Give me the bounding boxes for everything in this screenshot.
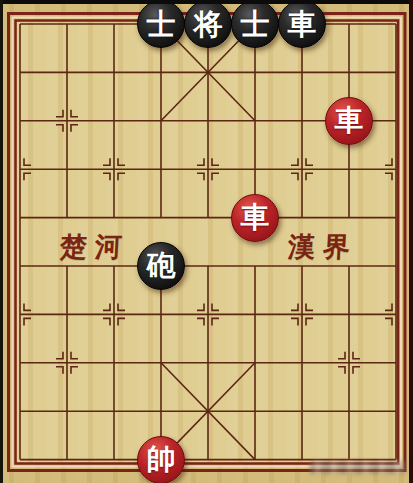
piece-layer: 士将士車車車砲帥 xyxy=(0,0,413,483)
screen-edge-left xyxy=(0,0,3,483)
piece-black-advisor[interactable]: 士 xyxy=(231,0,279,48)
watermark-blur xyxy=(310,461,406,474)
piece-black-chariot[interactable]: 車 xyxy=(278,0,326,48)
piece-red-chariot[interactable]: 車 xyxy=(325,97,373,145)
xiangqi-app: 楚河 漢界 士将士車車車砲帥 xyxy=(0,0,413,483)
piece-red-chariot[interactable]: 車 xyxy=(231,194,279,242)
piece-black-general[interactable]: 将 xyxy=(184,0,232,48)
piece-black-cannon[interactable]: 砲 xyxy=(137,242,185,290)
screen-edge-top xyxy=(0,0,413,4)
piece-red-general[interactable]: 帥 xyxy=(137,436,185,483)
piece-black-advisor[interactable]: 士 xyxy=(137,0,185,48)
screen-edge-right xyxy=(409,0,413,483)
